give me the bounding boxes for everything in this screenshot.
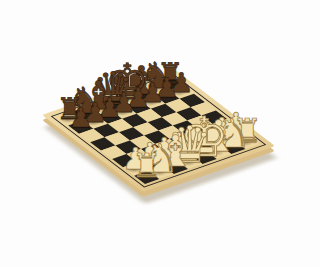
pieces-layer: ♜♞♝♛♚♝♞♜♟♟♟♟♟♟♟♟♟♟♟♟♟♟♟♟♜♞♝♛♚♝♞♜ — [0, 0, 320, 267]
piece-black-pawn: ♟ — [69, 104, 93, 131]
piece-white-rook: ♜ — [132, 149, 162, 182]
chess-set-photo: ♜♞♝♛♚♝♞♜♟♟♟♟♟♟♟♟♟♟♟♟♟♟♟♟♜♞♝♛♚♝♞♜ — [0, 0, 320, 267]
